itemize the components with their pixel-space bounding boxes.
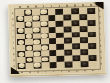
black-draughts-man: ⛂ (73, 56, 80, 61)
white-draughts-man: ⛀ (17, 28, 24, 33)
square (49, 62, 57, 68)
black-draughts-man: ⛂ (81, 62, 88, 67)
coordinate-tick (67, 5, 69, 7)
coordinate-tick (68, 70, 70, 72)
coordinate-tick (35, 6, 37, 8)
white-draughts-man: ⛀ (25, 10, 32, 15)
coordinate-tick (53, 71, 55, 73)
coordinate-tick (19, 6, 21, 8)
black-draughts-man: ⛂ (89, 55, 96, 60)
black-draughts-man: ⛂ (81, 38, 88, 43)
coordinate-tick (43, 5, 45, 7)
square (73, 61, 81, 67)
square: ⛀ (33, 62, 41, 68)
black-draughts-man: ⛂ (65, 27, 72, 32)
square: ⛂ (81, 61, 89, 67)
coordinate-tick (92, 70, 94, 72)
square (41, 62, 49, 68)
coordinate-tick (12, 12, 14, 14)
coordinate-tick (100, 33, 102, 35)
coordinate-tick (37, 71, 39, 73)
black-draughts-man: ⛂ (89, 44, 96, 49)
white-draughts-man: ⛀ (41, 21, 48, 26)
white-draughts-man: ⛀ (18, 52, 25, 57)
white-draughts-man: ⛀ (34, 51, 41, 56)
board-photo: ⛀⛀⛂⛂⛀⛀⛂⛂⛀⛀⛂⛂⛀⛀⛂⛂⛀⛀⛂⛂⛀⛀⛂⛂⛀⛀⛂⛂⛀⛀⛂⛂⛀⛀⛂⛂⛀⛀⛂⛂ (0, 0, 110, 83)
coordinate-tick (100, 63, 102, 65)
coordinate-tick (27, 6, 29, 8)
coordinate-tick (14, 65, 16, 67)
black-draughts-man: ⛂ (65, 50, 72, 55)
coordinate-ticks-bottom (18, 69, 97, 73)
coordinate-tick (99, 16, 101, 18)
square (89, 61, 97, 67)
black-draughts-man: ⛂ (72, 9, 79, 14)
white-draughts-man: ⛀ (33, 39, 40, 44)
coordinate-tick (13, 30, 15, 32)
coordinate-tick (100, 39, 102, 41)
coordinate-tick (76, 70, 78, 72)
square: ⛀ (18, 63, 26, 69)
coordinate-tick (51, 5, 53, 7)
coordinate-tick (12, 18, 14, 20)
coordinate-tick (29, 71, 31, 73)
coordinate-tick (99, 10, 101, 12)
square (57, 62, 65, 68)
coordinate-tick (13, 48, 15, 50)
coordinate-tick (13, 54, 15, 56)
white-draughts-man: ⛀ (17, 16, 24, 21)
black-draughts-man: ⛂ (88, 8, 95, 13)
coordinate-tick (45, 71, 47, 73)
coordinate-ticks-right (99, 8, 103, 67)
coordinate-tick (90, 4, 92, 6)
white-draughts-man: ⛀ (33, 16, 40, 21)
board-grid: ⛀⛀⛂⛂⛀⛀⛂⛂⛀⛀⛂⛂⛀⛀⛂⛂⛀⛀⛂⛂⛀⛀⛂⛂⛀⛀⛂⛂⛀⛀⛂⛂⛀⛀⛂⛂⛀⛀⛂⛂ (16, 8, 97, 69)
white-draughts-man: ⛀ (18, 63, 25, 68)
coordinate-tick (59, 5, 61, 7)
white-draughts-man: ⛀ (42, 57, 49, 62)
black-draughts-man: ⛂ (88, 20, 95, 25)
white-draughts-man: ⛀ (25, 34, 32, 39)
white-draughts-man: ⛀ (42, 45, 49, 50)
black-draughts-man: ⛂ (65, 38, 72, 43)
coordinate-tick (84, 70, 86, 72)
black-draughts-man: ⛂ (80, 14, 87, 19)
coordinate-tick (13, 36, 15, 38)
coordinate-tick (99, 28, 101, 30)
white-draughts-man: ⛀ (41, 33, 48, 38)
coordinate-tick (100, 51, 102, 53)
black-draughts-man: ⛂ (73, 32, 80, 37)
white-draughts-man: ⛀ (41, 10, 48, 15)
white-draughts-man: ⛀ (26, 45, 33, 50)
coordinate-tick (99, 22, 101, 24)
coordinate-tick (82, 4, 84, 6)
coordinate-tick (12, 24, 14, 26)
black-draughts-man: ⛂ (73, 44, 80, 49)
white-draughts-man: ⛀ (25, 22, 32, 27)
coordinate-tick (60, 71, 62, 73)
white-draughts-man: ⛀ (34, 63, 41, 68)
black-draughts-man: ⛂ (81, 50, 88, 55)
coordinate-ticks-left (12, 10, 16, 69)
coordinate-tick (21, 72, 23, 74)
draughts-board[interactable]: ⛀⛀⛂⛂⛀⛀⛂⛂⛀⛀⛂⛂⛀⛀⛂⛂⛀⛀⛂⛂⛀⛀⛂⛂⛀⛀⛂⛂⛀⛀⛂⛂⛀⛀⛂⛂⛀⛀⛂⛂ (8, 2, 106, 78)
black-draughts-man: ⛂ (66, 62, 73, 67)
white-draughts-man: ⛀ (26, 57, 33, 62)
coordinate-tick (74, 5, 76, 7)
coordinate-tick (100, 45, 102, 47)
black-draughts-man: ⛂ (80, 26, 87, 31)
white-draughts-man: ⛀ (33, 28, 40, 33)
coordinate-tick (13, 42, 15, 44)
square: ⛂ (65, 62, 73, 68)
black-draughts-man: ⛂ (64, 15, 71, 20)
coordinate-tick (13, 59, 15, 61)
square (26, 63, 34, 69)
coordinate-tick (100, 57, 102, 59)
black-draughts-man: ⛂ (89, 32, 96, 37)
black-draughts-man: ⛂ (72, 21, 79, 26)
white-draughts-man: ⛀ (18, 40, 25, 45)
